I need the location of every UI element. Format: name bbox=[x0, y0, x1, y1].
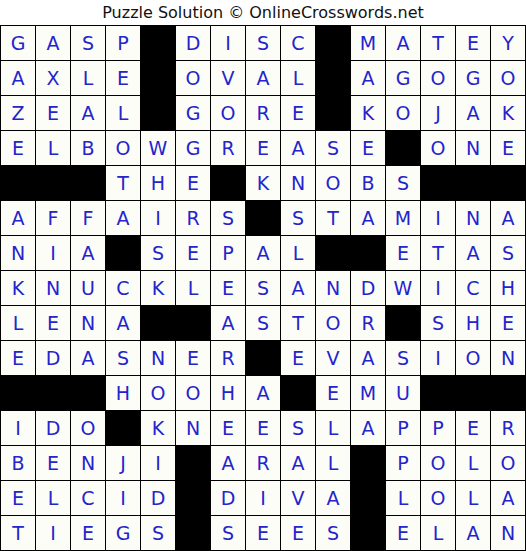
cell-letter: A bbox=[117, 314, 130, 333]
letter-cell[interactable]: H bbox=[491, 271, 525, 305]
letter-cell[interactable]: H bbox=[456, 306, 490, 340]
letter-cell[interactable]: A bbox=[246, 376, 280, 410]
cell-letter: L bbox=[293, 244, 304, 263]
letter-cell[interactable]: E bbox=[281, 516, 315, 550]
letter-cell[interactable]: E bbox=[281, 96, 315, 130]
cell-letter: E bbox=[82, 524, 94, 543]
letter-cell[interactable]: I bbox=[141, 446, 175, 480]
letter-cell[interactable]: A bbox=[456, 96, 490, 130]
cell-letter: D bbox=[186, 34, 201, 53]
letter-cell[interactable]: O bbox=[421, 61, 455, 95]
cell-letter: A bbox=[82, 349, 95, 368]
letter-cell[interactable]: N bbox=[71, 306, 105, 340]
letter-cell[interactable]: O bbox=[176, 61, 210, 95]
black-cell bbox=[351, 516, 385, 550]
cell-letter: E bbox=[187, 349, 199, 368]
letter-cell[interactable]: K bbox=[351, 96, 385, 130]
letter-cell[interactable]: N bbox=[456, 131, 490, 165]
letter-cell[interactable]: O bbox=[316, 306, 350, 340]
letter-cell[interactable]: J bbox=[106, 446, 140, 480]
letter-cell[interactable]: E bbox=[1, 341, 35, 375]
cell-letter: R bbox=[501, 419, 514, 438]
letter-cell[interactable]: N bbox=[281, 166, 315, 200]
black-cell bbox=[351, 236, 385, 270]
letter-cell[interactable]: S bbox=[71, 26, 105, 60]
cell-letter: G bbox=[11, 34, 26, 53]
black-cell bbox=[211, 166, 245, 200]
cell-letter: E bbox=[257, 524, 269, 543]
cell-letter: O bbox=[326, 314, 341, 333]
letter-cell[interactable]: I bbox=[36, 236, 70, 270]
letter-cell[interactable]: E bbox=[211, 411, 245, 445]
cell-letter: A bbox=[362, 209, 375, 228]
letter-cell[interactable]: P bbox=[106, 26, 140, 60]
letter-cell[interactable]: L bbox=[316, 411, 350, 445]
cell-letter: E bbox=[47, 314, 59, 333]
letter-cell[interactable]: S bbox=[211, 201, 245, 235]
letter-cell[interactable]: A bbox=[351, 201, 385, 235]
letter-cell[interactable]: O bbox=[421, 446, 455, 480]
letter-cell[interactable]: A bbox=[36, 26, 70, 60]
cell-letter: F bbox=[48, 209, 59, 228]
letter-cell[interactable]: A bbox=[246, 236, 280, 270]
letter-cell[interactable]: G bbox=[386, 61, 420, 95]
cell-letter: O bbox=[186, 384, 201, 403]
black-cell bbox=[281, 376, 315, 410]
cell-letter: K bbox=[152, 419, 164, 438]
cell-letter: E bbox=[292, 524, 304, 543]
cell-letter: I bbox=[225, 34, 231, 53]
letter-cell[interactable]: N bbox=[176, 411, 210, 445]
letter-cell[interactable]: H bbox=[141, 166, 175, 200]
letter-cell[interactable]: L bbox=[71, 61, 105, 95]
letter-cell[interactable]: D bbox=[351, 271, 385, 305]
letter-cell[interactable]: R bbox=[246, 96, 280, 130]
cell-letter: S bbox=[257, 314, 269, 333]
cell-letter: S bbox=[257, 279, 269, 298]
cell-letter: D bbox=[221, 489, 236, 508]
letter-cell[interactable]: M bbox=[351, 376, 385, 410]
cell-letter: O bbox=[431, 139, 446, 158]
letter-cell[interactable]: E bbox=[176, 166, 210, 200]
cell-letter: S bbox=[327, 524, 339, 543]
cell-letter: M bbox=[360, 34, 376, 53]
cell-letter: N bbox=[501, 524, 515, 543]
letter-cell[interactable]: O bbox=[456, 341, 490, 375]
letter-cell[interactable]: E bbox=[36, 306, 70, 340]
cell-letter: N bbox=[11, 244, 25, 263]
letter-cell[interactable]: E bbox=[456, 411, 490, 445]
letter-cell[interactable]: L bbox=[316, 446, 350, 480]
letter-cell[interactable]: E bbox=[491, 131, 525, 165]
letter-cell[interactable]: F bbox=[36, 201, 70, 235]
letter-cell[interactable]: K bbox=[491, 96, 525, 130]
letter-cell[interactable]: R bbox=[351, 306, 385, 340]
cell-letter: I bbox=[50, 244, 56, 263]
cell-letter: L bbox=[83, 69, 94, 88]
letter-cell[interactable]: A bbox=[491, 481, 525, 515]
letter-cell[interactable]: S bbox=[421, 306, 455, 340]
letter-cell[interactable]: T bbox=[316, 201, 350, 235]
letter-cell[interactable]: A bbox=[456, 516, 490, 550]
letter-cell[interactable]: F bbox=[71, 201, 105, 235]
letter-cell[interactable]: V bbox=[211, 61, 245, 95]
letter-cell[interactable]: K bbox=[1, 271, 35, 305]
cell-letter: J bbox=[120, 454, 126, 473]
letter-cell[interactable]: E bbox=[386, 236, 420, 270]
cell-letter: E bbox=[187, 174, 199, 193]
letter-cell[interactable]: N bbox=[491, 516, 525, 550]
cell-letter: B bbox=[81, 139, 94, 158]
letter-cell[interactable]: K bbox=[141, 271, 175, 305]
letter-cell[interactable]: T bbox=[1, 516, 35, 550]
letter-cell[interactable]: O bbox=[176, 376, 210, 410]
letter-cell[interactable]: L bbox=[281, 236, 315, 270]
cell-letter: U bbox=[81, 279, 95, 298]
letter-cell[interactable]: E bbox=[491, 306, 525, 340]
letter-cell[interactable]: N bbox=[491, 341, 525, 375]
black-cell bbox=[106, 411, 140, 445]
letter-cell[interactable]: A bbox=[106, 306, 140, 340]
letter-cell[interactable]: S bbox=[106, 341, 140, 375]
letter-cell[interactable]: W bbox=[386, 271, 420, 305]
letter-cell[interactable]: A bbox=[386, 26, 420, 60]
letter-cell[interactable]: O bbox=[421, 131, 455, 165]
cell-letter: O bbox=[501, 454, 516, 473]
letter-cell[interactable]: P bbox=[386, 411, 420, 445]
letter-cell[interactable]: S bbox=[491, 236, 525, 270]
cell-letter: S bbox=[292, 419, 304, 438]
letter-cell[interactable]: E bbox=[246, 516, 280, 550]
black-cell bbox=[316, 26, 350, 60]
letter-cell[interactable]: O bbox=[71, 411, 105, 445]
cell-letter: S bbox=[222, 209, 234, 228]
letter-cell[interactable]: B bbox=[71, 131, 105, 165]
cell-letter: H bbox=[501, 279, 515, 298]
letter-cell[interactable]: T bbox=[281, 306, 315, 340]
black-cell bbox=[246, 341, 280, 375]
letter-cell[interactable]: E bbox=[36, 446, 70, 480]
letter-cell[interactable]: O bbox=[316, 166, 350, 200]
black-cell bbox=[141, 26, 175, 60]
cell-letter: H bbox=[116, 384, 130, 403]
cell-letter: S bbox=[292, 209, 304, 228]
cell-letter: S bbox=[222, 524, 234, 543]
letter-cell[interactable]: S bbox=[281, 411, 315, 445]
cell-letter: I bbox=[50, 524, 56, 543]
cell-letter: L bbox=[48, 489, 59, 508]
cell-letter: W bbox=[394, 279, 413, 298]
letter-cell[interactable]: O bbox=[491, 61, 525, 95]
letter-cell[interactable]: A bbox=[71, 236, 105, 270]
letter-cell[interactable]: U bbox=[386, 376, 420, 410]
cell-letter: B bbox=[11, 454, 24, 473]
letter-cell[interactable]: R bbox=[491, 411, 525, 445]
letter-cell[interactable]: L bbox=[36, 131, 70, 165]
cell-letter: E bbox=[362, 139, 374, 158]
cell-letter: E bbox=[47, 104, 59, 123]
letter-cell[interactable]: L bbox=[1, 306, 35, 340]
letter-cell[interactable]: S bbox=[281, 201, 315, 235]
letter-cell[interactable]: L bbox=[176, 271, 210, 305]
letter-cell[interactable]: E bbox=[176, 341, 210, 375]
black-cell bbox=[386, 131, 420, 165]
letter-cell[interactable]: S bbox=[316, 131, 350, 165]
black-cell bbox=[316, 236, 350, 270]
letter-cell[interactable]: O bbox=[421, 481, 455, 515]
letter-cell[interactable]: W bbox=[141, 131, 175, 165]
letter-cell[interactable]: O bbox=[211, 96, 245, 130]
letter-cell[interactable]: R bbox=[211, 341, 245, 375]
cell-letter: I bbox=[435, 279, 441, 298]
cell-letter: N bbox=[466, 209, 480, 228]
cell-letter: N bbox=[186, 419, 200, 438]
cell-letter: N bbox=[501, 349, 515, 368]
letter-cell[interactable]: D bbox=[211, 481, 245, 515]
letter-cell[interactable]: J bbox=[421, 96, 455, 130]
letter-cell[interactable]: S bbox=[386, 341, 420, 375]
letter-cell[interactable]: E bbox=[36, 96, 70, 130]
letter-cell[interactable]: P bbox=[386, 446, 420, 480]
letter-cell[interactable]: G bbox=[176, 131, 210, 165]
letter-cell[interactable]: T bbox=[421, 26, 455, 60]
letter-cell[interactable]: C bbox=[106, 271, 140, 305]
cell-letter: E bbox=[467, 34, 479, 53]
letter-cell[interactable]: C bbox=[456, 271, 490, 305]
letter-cell[interactable]: A bbox=[211, 306, 245, 340]
letter-cell[interactable]: A bbox=[211, 446, 245, 480]
cell-letter: D bbox=[361, 279, 376, 298]
cell-letter: C bbox=[116, 279, 129, 298]
letter-cell[interactable]: S bbox=[141, 516, 175, 550]
letter-cell[interactable]: M bbox=[386, 201, 420, 235]
letter-cell[interactable]: L bbox=[386, 481, 420, 515]
letter-cell[interactable]: N bbox=[71, 446, 105, 480]
letter-cell[interactable]: D bbox=[176, 26, 210, 60]
letter-cell[interactable]: N bbox=[316, 271, 350, 305]
cell-letter: J bbox=[435, 104, 441, 123]
letter-cell[interactable]: Z bbox=[1, 96, 35, 130]
cell-letter: L bbox=[293, 69, 304, 88]
letter-cell[interactable]: B bbox=[1, 446, 35, 480]
letter-cell[interactable]: V bbox=[281, 481, 315, 515]
cell-letter: M bbox=[395, 209, 411, 228]
cell-letter: C bbox=[291, 34, 304, 53]
letter-cell[interactable]: D bbox=[141, 481, 175, 515]
cell-letter: N bbox=[46, 279, 60, 298]
letter-cell[interactable]: A bbox=[1, 201, 35, 235]
letter-cell[interactable]: I bbox=[246, 481, 280, 515]
cell-letter: O bbox=[116, 139, 131, 158]
letter-cell[interactable]: A bbox=[316, 481, 350, 515]
cell-letter: B bbox=[361, 174, 374, 193]
letter-cell[interactable]: V bbox=[316, 341, 350, 375]
letter-cell[interactable]: E bbox=[106, 61, 140, 95]
letter-cell[interactable]: T bbox=[421, 236, 455, 270]
letter-cell[interactable]: I bbox=[141, 201, 175, 235]
cell-letter: O bbox=[431, 69, 446, 88]
letter-cell[interactable]: I bbox=[1, 411, 35, 445]
letter-cell[interactable]: S bbox=[246, 271, 280, 305]
letter-cell[interactable]: A bbox=[281, 131, 315, 165]
letter-cell[interactable]: O bbox=[491, 446, 525, 480]
letter-cell[interactable]: X bbox=[36, 61, 70, 95]
letter-cell[interactable]: I bbox=[421, 201, 455, 235]
letter-cell[interactable]: R bbox=[176, 201, 210, 235]
black-cell bbox=[351, 446, 385, 480]
black-cell bbox=[176, 516, 210, 550]
letter-cell[interactable]: I bbox=[106, 481, 140, 515]
letter-cell[interactable]: U bbox=[71, 271, 105, 305]
letter-cell[interactable]: O bbox=[106, 131, 140, 165]
letter-cell[interactable]: A bbox=[71, 96, 105, 130]
letter-cell[interactable]: E bbox=[386, 516, 420, 550]
letter-cell[interactable]: D bbox=[36, 411, 70, 445]
cell-letter: A bbox=[327, 489, 340, 508]
letter-cell[interactable]: L bbox=[106, 96, 140, 130]
black-cell bbox=[1, 376, 35, 410]
cell-letter: A bbox=[502, 209, 515, 228]
cell-letter: H bbox=[221, 384, 235, 403]
black-cell bbox=[176, 481, 210, 515]
letter-cell[interactable]: O bbox=[141, 376, 175, 410]
cell-letter: D bbox=[46, 419, 61, 438]
cell-letter: E bbox=[222, 419, 234, 438]
letter-cell[interactable]: K bbox=[246, 166, 280, 200]
letter-cell[interactable]: E bbox=[211, 271, 245, 305]
cell-letter: U bbox=[396, 384, 410, 403]
letter-cell[interactable]: L bbox=[36, 481, 70, 515]
cell-letter: F bbox=[83, 209, 94, 228]
letter-cell[interactable]: S bbox=[211, 516, 245, 550]
cell-letter: A bbox=[117, 209, 130, 228]
letter-cell[interactable]: G bbox=[456, 61, 490, 95]
letter-cell[interactable]: A bbox=[351, 61, 385, 95]
letter-cell[interactable]: G bbox=[1, 26, 35, 60]
cell-letter: O bbox=[431, 489, 446, 508]
letter-cell[interactable]: B bbox=[351, 166, 385, 200]
letter-cell[interactable]: O bbox=[386, 96, 420, 130]
letter-cell[interactable]: E bbox=[1, 481, 35, 515]
letter-cell[interactable]: M bbox=[351, 26, 385, 60]
cell-letter: A bbox=[47, 34, 60, 53]
black-cell bbox=[351, 481, 385, 515]
letter-cell[interactable]: A bbox=[1, 61, 35, 95]
cell-letter: I bbox=[155, 454, 161, 473]
letter-cell[interactable]: E bbox=[71, 516, 105, 550]
cell-letter: V bbox=[292, 489, 305, 508]
cell-letter: O bbox=[466, 349, 481, 368]
cell-letter: E bbox=[12, 139, 24, 158]
letter-cell[interactable]: S bbox=[316, 516, 350, 550]
letter-cell[interactable]: A bbox=[491, 201, 525, 235]
letter-cell[interactable]: I bbox=[421, 271, 455, 305]
cell-letter: T bbox=[292, 314, 304, 333]
cell-letter: P bbox=[222, 244, 233, 263]
letter-cell[interactable]: L bbox=[456, 446, 490, 480]
letter-cell[interactable]: S bbox=[246, 26, 280, 60]
cell-letter: Y bbox=[502, 34, 514, 53]
letter-cell[interactable]: A bbox=[106, 201, 140, 235]
letter-cell[interactable]: I bbox=[211, 26, 245, 60]
letter-cell[interactable]: E bbox=[351, 131, 385, 165]
cell-letter: K bbox=[502, 104, 514, 123]
letter-cell[interactable]: E bbox=[1, 131, 35, 165]
cell-letter: A bbox=[292, 454, 305, 473]
puzzle-page: Puzzle Solution © OnlineCrosswords.net G… bbox=[0, 0, 526, 551]
letter-cell[interactable]: R bbox=[246, 446, 280, 480]
letter-cell[interactable]: E bbox=[176, 236, 210, 270]
letter-cell[interactable]: A bbox=[71, 341, 105, 375]
letter-cell[interactable]: T bbox=[106, 166, 140, 200]
letter-cell[interactable]: S bbox=[386, 166, 420, 200]
cell-letter: O bbox=[81, 419, 96, 438]
letter-cell[interactable]: L bbox=[281, 61, 315, 95]
letter-cell[interactable]: E bbox=[281, 341, 315, 375]
letter-cell[interactable]: K bbox=[141, 411, 175, 445]
letter-cell[interactable]: I bbox=[421, 341, 455, 375]
letter-cell[interactable]: A bbox=[351, 341, 385, 375]
cell-letter: E bbox=[12, 489, 24, 508]
letter-cell[interactable]: S bbox=[246, 306, 280, 340]
letter-cell[interactable]: P bbox=[211, 236, 245, 270]
letter-cell[interactable]: A bbox=[281, 271, 315, 305]
letter-cell[interactable]: G bbox=[106, 516, 140, 550]
letter-cell[interactable]: S bbox=[141, 236, 175, 270]
cell-letter: R bbox=[186, 209, 199, 228]
letter-cell[interactable]: H bbox=[211, 376, 245, 410]
black-cell bbox=[141, 61, 175, 95]
cell-letter: M bbox=[360, 384, 376, 403]
letter-cell[interactable]: G bbox=[176, 96, 210, 130]
cell-letter: A bbox=[12, 69, 25, 88]
black-cell bbox=[456, 166, 490, 200]
letter-cell[interactable]: E bbox=[456, 26, 490, 60]
letter-cell[interactable]: E bbox=[246, 131, 280, 165]
letter-cell[interactable]: L bbox=[456, 481, 490, 515]
cell-letter: R bbox=[256, 104, 269, 123]
letter-cell[interactable]: L bbox=[421, 516, 455, 550]
letter-cell[interactable]: D bbox=[36, 341, 70, 375]
cell-letter: S bbox=[397, 349, 409, 368]
letter-cell[interactable]: E bbox=[316, 376, 350, 410]
cell-letter: T bbox=[327, 209, 339, 228]
cell-letter: P bbox=[397, 454, 408, 473]
letter-cell[interactable]: N bbox=[141, 341, 175, 375]
letter-cell[interactable]: A bbox=[246, 61, 280, 95]
letter-cell[interactable]: I bbox=[36, 516, 70, 550]
cell-letter: A bbox=[292, 139, 305, 158]
letter-cell[interactable]: P bbox=[421, 411, 455, 445]
letter-cell[interactable]: A bbox=[351, 411, 385, 445]
cell-letter: A bbox=[502, 489, 515, 508]
letter-cell[interactable]: N bbox=[456, 201, 490, 235]
letter-cell[interactable]: N bbox=[1, 236, 35, 270]
letter-cell[interactable]: A bbox=[281, 446, 315, 480]
letter-cell[interactable]: H bbox=[106, 376, 140, 410]
cell-letter: L bbox=[188, 279, 199, 298]
letter-cell[interactable]: R bbox=[211, 131, 245, 165]
letter-cell[interactable]: Y bbox=[491, 26, 525, 60]
black-cell bbox=[246, 201, 280, 235]
letter-cell[interactable]: A bbox=[456, 236, 490, 270]
letter-cell[interactable]: E bbox=[246, 411, 280, 445]
letter-cell[interactable]: N bbox=[36, 271, 70, 305]
letter-cell[interactable]: C bbox=[71, 481, 105, 515]
cell-letter: A bbox=[467, 524, 480, 543]
cell-letter: P bbox=[432, 419, 443, 438]
letter-cell[interactable]: C bbox=[281, 26, 315, 60]
